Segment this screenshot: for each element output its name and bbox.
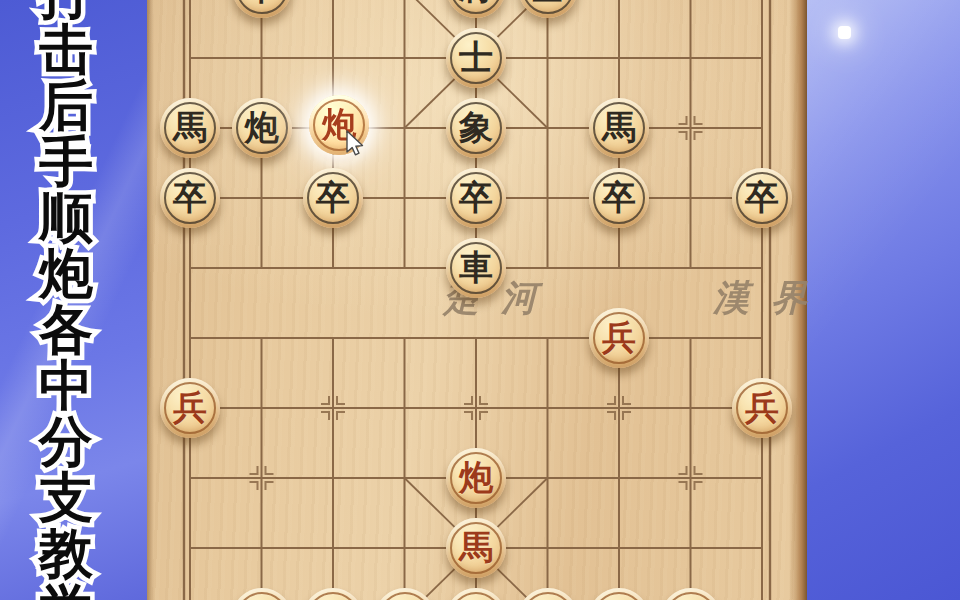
piece-black-車-f4r4[interactable]: 車	[446, 238, 506, 298]
piece-black-士-f4r1[interactable]: 士	[446, 28, 506, 88]
piece-red-兵-f8r6[interactable]: 兵	[732, 378, 792, 438]
river-label-han-jie: 漢界	[713, 274, 823, 318]
piece-black-馬-f0r2[interactable]: 馬	[160, 98, 220, 158]
piece-red-兵-f0r6[interactable]: 兵	[160, 378, 220, 438]
piece-black-卒-f0r3[interactable]: 卒	[160, 168, 220, 228]
piece-black-卒-f4r3[interactable]: 卒	[446, 168, 506, 228]
piece-red-兵-f6r5[interactable]: 兵	[589, 308, 649, 368]
piece-black-卒-f6r3[interactable]: 卒	[589, 168, 649, 228]
xiangqi-board[interactable]: 楚河 漢界	[147, 0, 807, 600]
piece-black-炮-f1r2[interactable]: 炮	[232, 98, 292, 158]
sparkle-light	[838, 26, 851, 39]
video-title: 打击后手顺炮各中分支教学	[10, 0, 122, 600]
piece-black-卒-f2r3[interactable]: 卒	[303, 168, 363, 228]
piece-black-卒-f8r3[interactable]: 卒	[732, 168, 792, 228]
piece-black-馬-f6r2[interactable]: 馬	[589, 98, 649, 158]
piece-red-炮-f4r7[interactable]: 炮	[446, 448, 506, 508]
mouse-cursor-icon	[346, 130, 368, 164]
piece-black-象-f4r2[interactable]: 象	[446, 98, 506, 158]
video-frame: 楚河 漢界 車將士士馬炮炮象馬卒卒卒卒卒車兵兵兵炮馬車相仕帥仕相車 打击后手顺炮…	[0, 0, 960, 600]
background-right-panel	[807, 0, 960, 600]
piece-red-馬-f4r8[interactable]: 馬	[446, 518, 506, 578]
